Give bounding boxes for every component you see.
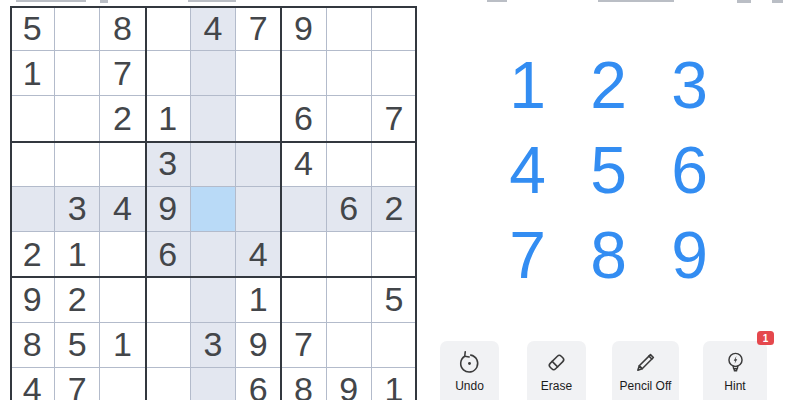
- sudoku-cell-r1c6[interactable]: 7: [236, 6, 281, 51]
- box-line-horizontal-2: [10, 276, 417, 278]
- sudoku-cell-r4c7[interactable]: 4: [281, 142, 326, 187]
- sudoku-cell-r8c9[interactable]: [372, 323, 417, 368]
- sudoku-cell-r2c2[interactable]: [55, 51, 100, 96]
- sudoku-cell-r9c4[interactable]: [146, 368, 191, 400]
- sudoku-cell-r4c6[interactable]: [236, 142, 281, 187]
- sudoku-cell-r3c5[interactable]: [191, 96, 236, 141]
- cutoff-header-remnant: [100, 0, 108, 3]
- sudoku-cell-r8c5[interactable]: 3: [191, 323, 236, 368]
- sudoku-cell-r7c2[interactable]: 2: [55, 277, 100, 322]
- cutoff-header-remnant: [737, 0, 751, 3]
- box-line-vertical-2: [280, 6, 282, 400]
- sudoku-cell-r2c3[interactable]: 7: [100, 51, 145, 96]
- sudoku-cell-r5c3[interactable]: 4: [100, 187, 145, 232]
- sudoku-cell-r3c6[interactable]: [236, 96, 281, 141]
- sudoku-cell-r6c4[interactable]: 6: [146, 232, 191, 277]
- sudoku-cell-r5c6[interactable]: [236, 187, 281, 232]
- sudoku-cell-r8c3[interactable]: 1: [100, 323, 145, 368]
- sudoku-cell-r2c4[interactable]: [146, 51, 191, 96]
- erase-button[interactable]: Erase: [527, 341, 586, 400]
- sudoku-cell-r9c2[interactable]: 7: [55, 368, 100, 400]
- cutoff-header-remnant: [598, 0, 674, 2]
- pencil-icon: [632, 349, 659, 376]
- sudoku-cell-r6c3[interactable]: [100, 232, 145, 277]
- sudoku-cell-r9c7[interactable]: 8: [281, 368, 326, 400]
- numpad-digit-7[interactable]: 7: [487, 212, 568, 297]
- sudoku-cells: 58479172167343496221649215851397476891: [10, 6, 417, 400]
- sudoku-cell-r1c1[interactable]: 5: [10, 6, 55, 51]
- sudoku-cell-r7c5[interactable]: [191, 277, 236, 322]
- box-line-horizontal-1: [10, 141, 417, 143]
- sudoku-cell-r7c3[interactable]: [100, 277, 145, 322]
- sudoku-cell-r6c5[interactable]: [191, 232, 236, 277]
- sudoku-cell-r1c7[interactable]: 9: [281, 6, 326, 51]
- sudoku-cell-r2c7[interactable]: [281, 51, 326, 96]
- sudoku-cell-r8c4[interactable]: [146, 323, 191, 368]
- sudoku-cell-r4c3[interactable]: [100, 142, 145, 187]
- box-line-vertical-1: [145, 6, 147, 400]
- pencil-off-button-label: Pencil Off: [620, 379, 672, 393]
- pencil-off-button[interactable]: Pencil Off: [612, 341, 679, 400]
- sudoku-cell-r5c1[interactable]: [10, 187, 55, 232]
- numpad-digit-6[interactable]: 6: [649, 127, 730, 212]
- sudoku-cell-r1c3[interactable]: 8: [100, 6, 145, 51]
- cutoff-header-remnant: [487, 0, 507, 2]
- sudoku-cell-r8c2[interactable]: 5: [55, 323, 100, 368]
- eraser-icon: [543, 349, 570, 376]
- board-border-right: [415, 6, 417, 400]
- lightbulb-icon: [722, 349, 749, 376]
- sudoku-cell-r1c9[interactable]: [372, 6, 417, 51]
- sudoku-cell-r4c8[interactable]: [327, 142, 372, 187]
- sudoku-cell-r3c9[interactable]: 7: [372, 96, 417, 141]
- sudoku-cell-r3c3[interactable]: 2: [100, 96, 145, 141]
- sudoku-cell-r4c9[interactable]: [372, 142, 417, 187]
- hint-button-label: Hint: [724, 379, 745, 393]
- sudoku-cell-r4c2[interactable]: [55, 142, 100, 187]
- sudoku-cell-r1c2[interactable]: [55, 6, 100, 51]
- sudoku-cell-r5c5[interactable]: [191, 187, 236, 232]
- sudoku-cell-r7c4[interactable]: [146, 277, 191, 322]
- sudoku-cell-r5c9[interactable]: 2: [372, 187, 417, 232]
- sudoku-cell-r6c7[interactable]: [281, 232, 326, 277]
- sudoku-cell-r9c8[interactable]: 9: [327, 368, 372, 400]
- hint-button[interactable]: Hint: [703, 341, 767, 400]
- sudoku-cell-r2c6[interactable]: [236, 51, 281, 96]
- sudoku-cell-r7c1[interactable]: 9: [10, 277, 55, 322]
- sudoku-cell-r6c9[interactable]: [372, 232, 417, 277]
- erase-button-label: Erase: [541, 379, 572, 393]
- sudoku-cell-r2c5[interactable]: [191, 51, 236, 96]
- sudoku-cell-r4c1[interactable]: [10, 142, 55, 187]
- sudoku-cell-r3c1[interactable]: [10, 96, 55, 141]
- numpad-digit-8[interactable]: 8: [568, 212, 649, 297]
- sudoku-board: 58479172167343496221649215851397476891: [10, 6, 417, 400]
- undo-button-label: Undo: [455, 379, 484, 393]
- sudoku-cell-r4c5[interactable]: [191, 142, 236, 187]
- undo-icon: [456, 349, 483, 376]
- cutoff-header-remnant: [772, 0, 783, 3]
- sudoku-cell-r8c6[interactable]: 9: [236, 323, 281, 368]
- sudoku-cell-r5c8[interactable]: 6: [327, 187, 372, 232]
- sudoku-cell-r7c8[interactable]: [327, 277, 372, 322]
- sudoku-cell-r9c5[interactable]: [191, 368, 236, 400]
- sudoku-cell-r5c7[interactable]: [281, 187, 326, 232]
- sudoku-cell-r2c1[interactable]: 1: [10, 51, 55, 96]
- sudoku-cell-r7c9[interactable]: 5: [372, 277, 417, 322]
- sudoku-cell-r9c3[interactable]: [100, 368, 145, 400]
- undo-button[interactable]: Undo: [440, 341, 499, 400]
- cutoff-header-remnant: [16, 0, 86, 2]
- sudoku-cell-r6c8[interactable]: [327, 232, 372, 277]
- sudoku-cell-r3c2[interactable]: [55, 96, 100, 141]
- sudoku-cell-r9c9[interactable]: 1: [372, 368, 417, 400]
- sudoku-cell-r6c2[interactable]: 1: [55, 232, 100, 277]
- sudoku-cell-r9c1[interactable]: 4: [10, 368, 55, 400]
- numpad: 123456789: [487, 42, 730, 297]
- numpad-digit-2[interactable]: 2: [568, 42, 649, 127]
- sudoku-cell-r4c4[interactable]: 3: [146, 142, 191, 187]
- sudoku-cell-r3c4[interactable]: 1: [146, 96, 191, 141]
- numpad-digit-5[interactable]: 5: [568, 127, 649, 212]
- numpad-digit-1[interactable]: 1: [487, 42, 568, 127]
- sudoku-cell-r3c8[interactable]: [327, 96, 372, 141]
- board-border-left: [10, 6, 12, 400]
- hint-badge: 1: [757, 331, 774, 345]
- sudoku-cell-r8c7[interactable]: 7: [281, 323, 326, 368]
- numpad-digit-3[interactable]: 3: [649, 42, 730, 127]
- cutoff-header-remnant: [188, 0, 236, 2]
- sudoku-cell-r1c5[interactable]: 4: [191, 6, 236, 51]
- sudoku-cell-r6c6[interactable]: 4: [236, 232, 281, 277]
- sudoku-cell-r2c9[interactable]: [372, 51, 417, 96]
- sudoku-cell-r1c4[interactable]: [146, 6, 191, 51]
- sudoku-cell-r6c1[interactable]: 2: [10, 232, 55, 277]
- sudoku-cell-r7c7[interactable]: [281, 277, 326, 322]
- sudoku-cell-r5c4[interactable]: 9: [146, 187, 191, 232]
- sudoku-cell-r2c8[interactable]: [327, 51, 372, 96]
- sudoku-cell-r9c6[interactable]: 6: [236, 368, 281, 400]
- sudoku-cell-r3c7[interactable]: 6: [281, 96, 326, 141]
- sudoku-cell-r7c6[interactable]: 1: [236, 277, 281, 322]
- sudoku-cell-r5c2[interactable]: 3: [55, 187, 100, 232]
- numpad-digit-4[interactable]: 4: [487, 127, 568, 212]
- numpad-digit-9[interactable]: 9: [649, 212, 730, 297]
- sudoku-cell-r8c8[interactable]: [327, 323, 372, 368]
- sudoku-cell-r8c1[interactable]: 8: [10, 323, 55, 368]
- sudoku-cell-r1c8[interactable]: [327, 6, 372, 51]
- board-border-top: [10, 6, 417, 8]
